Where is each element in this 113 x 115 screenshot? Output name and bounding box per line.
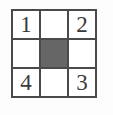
puzzle-board: 1 2 4 3 [11, 9, 97, 98]
cell-r0c1 [41, 11, 67, 38]
grid-3x3: 1 2 4 3 [11, 9, 97, 98]
cell-r2c2: 3 [69, 69, 95, 96]
cell-r2c0: 4 [13, 69, 39, 96]
cell-r1c2 [69, 40, 95, 67]
cell-r1c0 [13, 40, 39, 67]
cell-r2c1 [41, 69, 67, 96]
cell-r0c2: 2 [69, 11, 95, 38]
cell-r1c1 [41, 40, 67, 67]
cell-r0c0: 1 [13, 11, 39, 38]
